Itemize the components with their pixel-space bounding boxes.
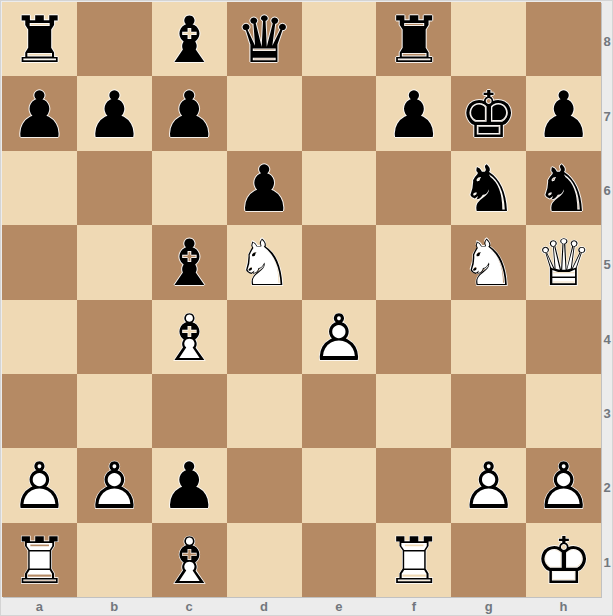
chessboard: ♜︎♝︎♛︎♜︎♟︎♟︎♟︎♟︎♚︎♟︎♟︎♞︎♞︎♝︎♞︎♘︎♞︎♘︎♛︎♕︎…: [2, 2, 601, 597]
piece-black-queen: ♛︎: [227, 3, 302, 77]
square-e3[interactable]: [302, 374, 377, 448]
piece-white-rook: ♜︎♖︎: [2, 524, 77, 598]
square-f1[interactable]: ♜︎♖︎: [376, 523, 451, 597]
piece-black-bishop: ♝︎: [152, 226, 227, 300]
square-d7[interactable]: [227, 76, 302, 150]
square-d5[interactable]: ♞︎♘︎: [227, 225, 302, 299]
piece-black-knight: ♞︎: [451, 152, 526, 226]
square-e7[interactable]: [302, 76, 377, 150]
rank-label-8: 8: [601, 34, 613, 49]
square-c6[interactable]: [152, 151, 227, 225]
square-e4[interactable]: ♟︎♙︎: [302, 300, 377, 374]
square-a5[interactable]: [2, 225, 77, 299]
white-pawn-outline: ♙︎: [451, 449, 526, 523]
file-label-h: h: [526, 598, 601, 616]
white-king-outline: ♔︎: [526, 524, 601, 598]
square-e2[interactable]: [302, 448, 377, 522]
square-f2[interactable]: [376, 448, 451, 522]
square-g4[interactable]: [451, 300, 526, 374]
square-a8[interactable]: ♜︎: [2, 2, 77, 76]
white-knight-outline: ♘︎: [451, 226, 526, 300]
square-a3[interactable]: [2, 374, 77, 448]
white-queen-outline: ♕︎: [526, 226, 601, 300]
rank-label-4: 4: [601, 331, 613, 346]
rank-label-6: 6: [601, 182, 613, 197]
piece-white-queen: ♛︎♕︎: [526, 226, 601, 300]
square-f4[interactable]: [376, 300, 451, 374]
square-e5[interactable]: [302, 225, 377, 299]
piece-black-rook: ♜︎: [2, 3, 77, 77]
square-a1[interactable]: ♜︎♖︎: [2, 523, 77, 597]
square-g6[interactable]: ♞︎: [451, 151, 526, 225]
piece-white-bishop: ♝︎♗︎: [152, 524, 227, 598]
white-knight-outline: ♘︎: [227, 226, 302, 300]
square-h3[interactable]: [526, 374, 601, 448]
square-h1[interactable]: ♚︎♔︎: [526, 523, 601, 597]
square-d6[interactable]: ♟︎: [227, 151, 302, 225]
square-g5[interactable]: ♞︎♘︎: [451, 225, 526, 299]
white-bishop-outline: ♗︎: [152, 524, 227, 598]
piece-black-pawn: ♟︎: [2, 77, 77, 151]
square-h2[interactable]: ♟︎♙︎: [526, 448, 601, 522]
square-f8[interactable]: ♜︎: [376, 2, 451, 76]
file-label-c: c: [152, 598, 227, 616]
square-d8[interactable]: ♛︎: [227, 2, 302, 76]
piece-black-bishop: ♝︎: [152, 3, 227, 77]
square-h4[interactable]: [526, 300, 601, 374]
square-h6[interactable]: ♞︎: [526, 151, 601, 225]
white-bishop-outline: ♗︎: [152, 301, 227, 375]
piece-black-pawn: ♟︎: [376, 77, 451, 151]
piece-black-pawn: ♟︎: [77, 77, 152, 151]
white-pawn-outline: ♙︎: [302, 301, 377, 375]
piece-white-knight: ♞︎♘︎: [451, 226, 526, 300]
square-c5[interactable]: ♝︎: [152, 225, 227, 299]
square-b8[interactable]: [77, 2, 152, 76]
piece-black-pawn: ♟︎: [152, 449, 227, 523]
square-a6[interactable]: [2, 151, 77, 225]
square-h5[interactable]: ♛︎♕︎: [526, 225, 601, 299]
file-label-f: f: [376, 598, 451, 616]
square-g8[interactable]: [451, 2, 526, 76]
square-d4[interactable]: [227, 300, 302, 374]
square-c4[interactable]: ♝︎♗︎: [152, 300, 227, 374]
square-b2[interactable]: ♟︎♙︎: [77, 448, 152, 522]
piece-black-pawn: ♟︎: [227, 152, 302, 226]
white-rook-outline: ♖︎: [376, 524, 451, 598]
square-b4[interactable]: [77, 300, 152, 374]
rank-label-1: 1: [601, 554, 613, 569]
piece-black-knight: ♞︎: [526, 152, 601, 226]
white-pawn-outline: ♙︎: [526, 449, 601, 523]
piece-white-pawn: ♟︎♙︎: [77, 449, 152, 523]
square-f7[interactable]: ♟︎: [376, 76, 451, 150]
square-a4[interactable]: [2, 300, 77, 374]
piece-white-king: ♚︎♔︎: [526, 524, 601, 598]
square-e1[interactable]: [302, 523, 377, 597]
square-a2[interactable]: ♟︎♙︎: [2, 448, 77, 522]
piece-black-pawn: ♟︎: [526, 77, 601, 151]
piece-white-rook: ♜︎♖︎: [376, 524, 451, 598]
square-e8[interactable]: [302, 2, 377, 76]
piece-white-pawn: ♟︎♙︎: [2, 449, 77, 523]
square-d2[interactable]: [227, 448, 302, 522]
piece-white-bishop: ♝︎♗︎: [152, 301, 227, 375]
square-a7[interactable]: ♟︎: [2, 76, 77, 150]
square-g3[interactable]: [451, 374, 526, 448]
file-label-b: b: [77, 598, 152, 616]
square-e6[interactable]: [302, 151, 377, 225]
piece-black-pawn: ♟︎: [152, 77, 227, 151]
square-f3[interactable]: [376, 374, 451, 448]
square-b3[interactable]: [77, 374, 152, 448]
square-c2[interactable]: ♟︎: [152, 448, 227, 522]
square-g2[interactable]: ♟︎♙︎: [451, 448, 526, 522]
rank-label-5: 5: [601, 257, 613, 272]
square-d1[interactable]: [227, 523, 302, 597]
rank-label-7: 7: [601, 108, 613, 123]
square-d3[interactable]: [227, 374, 302, 448]
rank-label-2: 2: [601, 480, 613, 495]
square-f5[interactable]: [376, 225, 451, 299]
square-b5[interactable]: [77, 225, 152, 299]
piece-white-pawn: ♟︎♙︎: [526, 449, 601, 523]
square-b7[interactable]: ♟︎: [77, 76, 152, 150]
white-pawn-outline: ♙︎: [2, 449, 77, 523]
piece-black-king: ♚︎: [451, 77, 526, 151]
square-h7[interactable]: ♟︎: [526, 76, 601, 150]
file-label-a: a: [2, 598, 77, 616]
square-b1[interactable]: [77, 523, 152, 597]
square-c1[interactable]: ♝︎♗︎: [152, 523, 227, 597]
square-b6[interactable]: [77, 151, 152, 225]
square-h8[interactable]: [526, 2, 601, 76]
white-pawn-outline: ♙︎: [77, 449, 152, 523]
file-label-g: g: [451, 598, 526, 616]
white-rook-outline: ♖︎: [2, 524, 77, 598]
piece-white-pawn: ♟︎♙︎: [302, 301, 377, 375]
piece-white-pawn: ♟︎♙︎: [451, 449, 526, 523]
square-g1[interactable]: [451, 523, 526, 597]
piece-white-knight: ♞︎♘︎: [227, 226, 302, 300]
square-g7[interactable]: ♚︎: [451, 76, 526, 150]
rank-label-3: 3: [601, 406, 613, 421]
piece-black-rook: ♜︎: [376, 3, 451, 77]
chessboard-frame: ♜︎♝︎♛︎♜︎♟︎♟︎♟︎♟︎♚︎♟︎♟︎♞︎♞︎♝︎♞︎♘︎♞︎♘︎♛︎♕︎…: [0, 0, 613, 616]
square-c8[interactable]: ♝︎: [152, 2, 227, 76]
square-c7[interactable]: ♟︎: [152, 76, 227, 150]
file-label-e: e: [302, 598, 377, 616]
square-c3[interactable]: [152, 374, 227, 448]
square-f6[interactable]: [376, 151, 451, 225]
file-label-d: d: [227, 598, 302, 616]
